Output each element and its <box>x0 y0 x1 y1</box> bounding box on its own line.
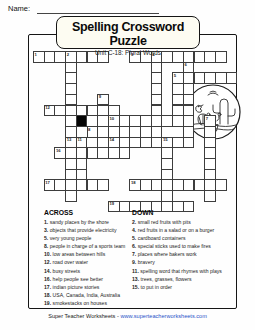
clue-item: 16.help people see better <box>44 276 130 284</box>
clue-item: 12.road over water <box>44 259 130 267</box>
clue-number: 15. <box>132 284 139 290</box>
page-subtitle: Unit C-18: Plural Words <box>57 49 199 56</box>
clue-item: 15.to put in order <box>132 284 218 292</box>
clue-item: 7.places where bakers work <box>132 251 218 259</box>
down-clue-list: 2.small red fruits with pits4.red fruits… <box>132 219 218 292</box>
clue-number: 4. <box>132 227 136 233</box>
clue-number-badge: 9 <box>99 94 101 99</box>
clue-item: 11.spelling word that rhymes with plays <box>132 268 218 276</box>
clue-number-badge: 15 <box>163 137 168 142</box>
clue-item: 4.red fruits in a salad or on a burger <box>132 227 218 235</box>
clue-number: 11. <box>132 268 139 274</box>
clue-number: 5. <box>44 235 48 241</box>
grid-cell[interactable] <box>204 190 216 202</box>
name-blank-line[interactable] <box>37 13 159 14</box>
grid-cell[interactable] <box>65 190 77 202</box>
clue-number: 14. <box>44 268 51 274</box>
clue-number: 9. <box>132 259 136 265</box>
clue-item: 14.busy streets <box>44 268 130 276</box>
clue-number-badge: 17 <box>45 180 50 185</box>
across-header: ACROSS <box>44 209 73 216</box>
grid-cell[interactable] <box>97 179 109 191</box>
footer: Super Teacher Worksheets - www.superteac… <box>0 313 255 319</box>
grid-cell[interactable] <box>215 179 227 191</box>
clue-number-badge: 12 <box>45 105 50 110</box>
footer-url-link[interactable]: www.superteacherworksheets.com <box>120 313 206 319</box>
clue-item: 18.USA, Canada, India, Australia <box>44 292 130 300</box>
down-header: DOWN <box>132 209 154 216</box>
clue-number-badge: 11 <box>77 137 81 142</box>
clue-number: 8. <box>44 243 48 249</box>
clue-item: 9.bravery <box>132 259 218 267</box>
clue-number: 13. <box>132 276 139 282</box>
title-box: Spelling Crossword Puzzle Unit C-18: Plu… <box>56 16 200 49</box>
clue-item: 13.trees, grasses, flowers <box>132 276 218 284</box>
clue-number: 17. <box>44 284 51 290</box>
clue-number: 1. <box>44 219 48 225</box>
clue-item: 17.indian picture stories <box>44 284 130 292</box>
grid-cell[interactable] <box>226 72 238 84</box>
clue-number: 6. <box>132 243 136 249</box>
clue-number: 7. <box>132 251 136 257</box>
clue-item: 10.low areas between hills <box>44 251 130 259</box>
grid-cell[interactable] <box>183 137 195 149</box>
clue-number: 19. <box>44 300 51 306</box>
clue-item: 3.objects that provide electricity <box>44 227 130 235</box>
grid-cell[interactable] <box>119 147 131 159</box>
clue-number-badge: 1 <box>35 52 37 57</box>
clue-number-badge: 5 <box>174 73 176 78</box>
clue-number: 16. <box>44 276 51 282</box>
clue-number: 5. <box>132 235 136 241</box>
clue-item: 5.very young people <box>44 235 130 243</box>
clue-item: 19.smokestacks on houses <box>44 300 130 308</box>
clue-number-badge: 14 <box>109 137 114 142</box>
grid-cell[interactable] <box>215 51 227 63</box>
clue-number-badge: 7 <box>206 116 208 121</box>
worksheet-page: Name: Spelling Crossword Puzzle Unit C-1… <box>0 0 255 330</box>
clue-number-badge: 8 <box>88 127 90 132</box>
page-title: Spelling Crossword Puzzle <box>57 20 199 48</box>
clue-number-badge: 18 <box>131 180 136 185</box>
clue-item: 5.cardboard containers <box>132 235 218 243</box>
clue-number-badge: 13 <box>67 137 72 142</box>
clue-number: 10. <box>44 251 51 257</box>
clue-item: 8.people in charge of a sports team <box>44 243 130 251</box>
clue-number: 3. <box>44 227 48 233</box>
clue-number-badge: 10 <box>109 116 114 121</box>
clue-item: 6.special sticks used to make fires <box>132 243 218 251</box>
clue-number: 12. <box>44 259 51 265</box>
clue-number-badge: 16 <box>56 148 61 153</box>
clue-number: 2. <box>132 219 136 225</box>
clue-number-badge: 6 <box>184 62 186 67</box>
name-label: Name: <box>8 4 30 13</box>
clue-number: 18. <box>44 292 51 298</box>
clue-item: 2.small red fruits with pits <box>132 219 218 227</box>
clue-number-badge: 19 <box>109 201 114 206</box>
grid-cell[interactable] <box>183 201 195 213</box>
footer-text: Super Teacher Worksheets - <box>48 313 120 319</box>
across-clue-list: 1.sandy places by the shore3.objects tha… <box>44 219 130 308</box>
clue-item: 1.sandy places by the shore <box>44 219 130 227</box>
